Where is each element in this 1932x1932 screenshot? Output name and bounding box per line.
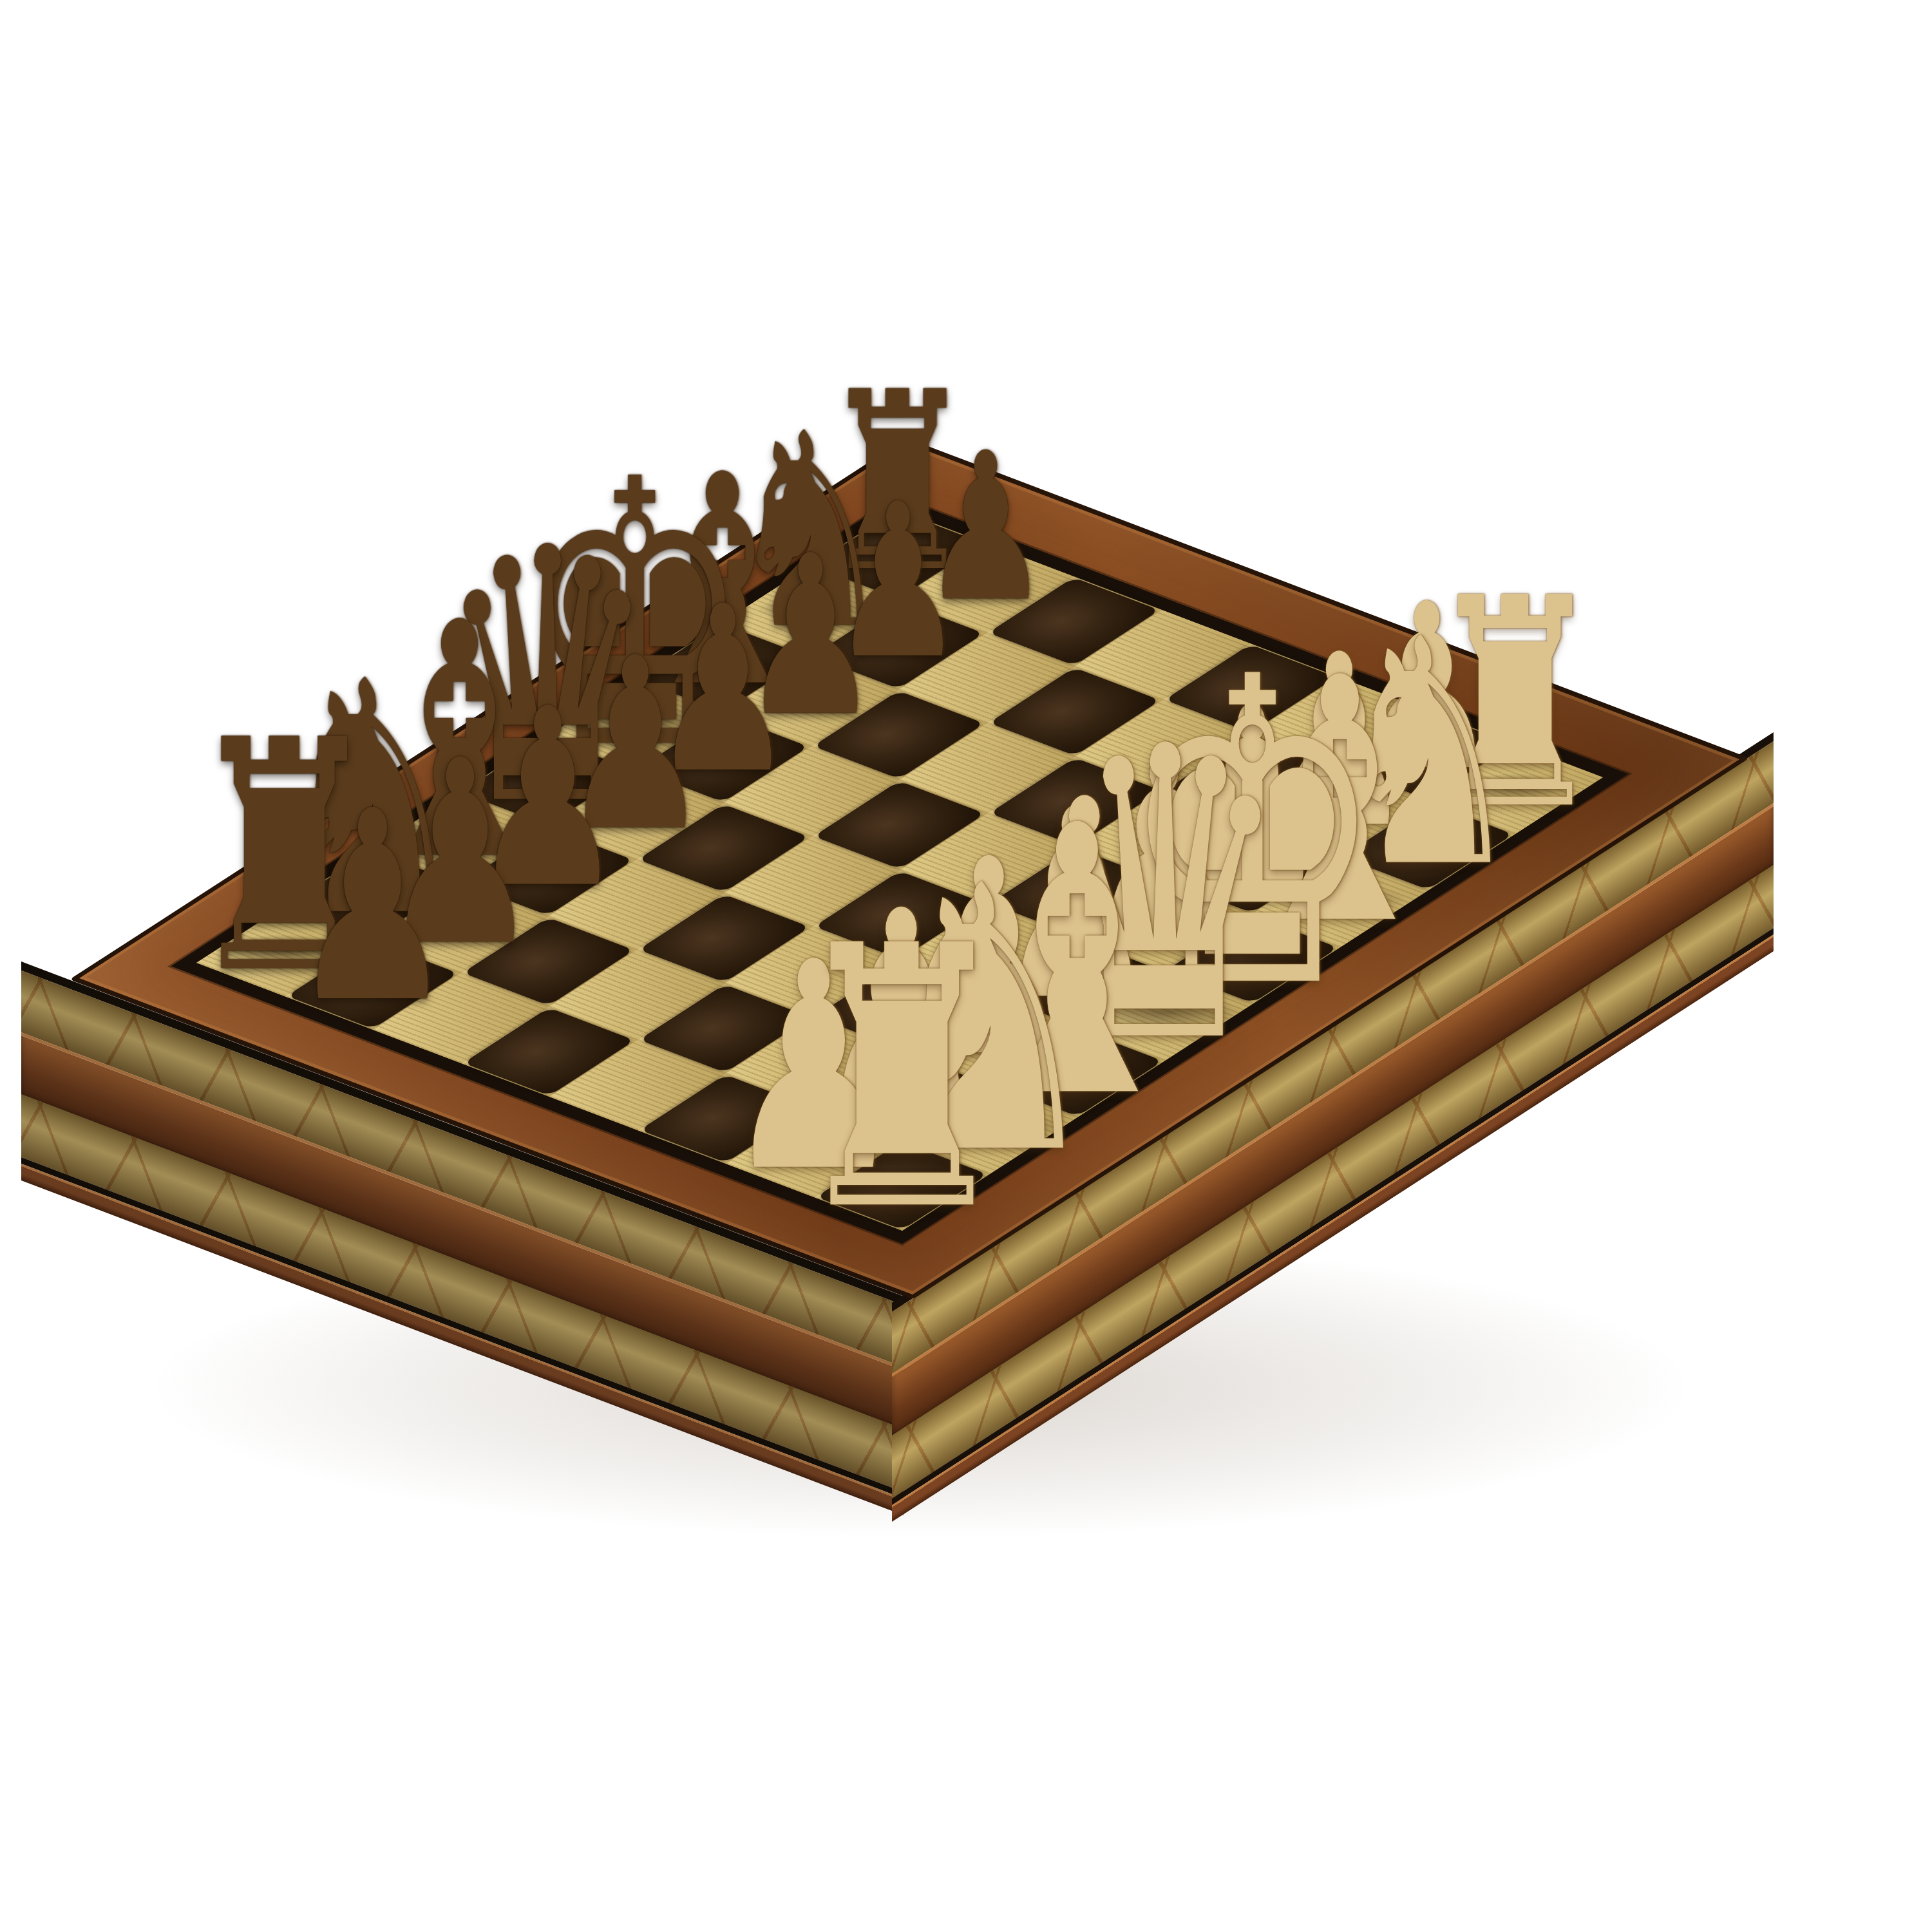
black-pawn-a7: ♟ xyxy=(280,837,465,1022)
piece-glyph: ♜ xyxy=(788,900,1016,1260)
product-photo: ♜♞♝♛♚♝♞♜♟♟♟♟♟♟♟♟♟♟♟♟♟♟♟♟♜♞♝♛♚♝♞♜ xyxy=(0,0,1932,1932)
piece-glyph: ♟ xyxy=(290,777,455,1039)
white-rook-a1: ♜ xyxy=(775,983,1028,1236)
